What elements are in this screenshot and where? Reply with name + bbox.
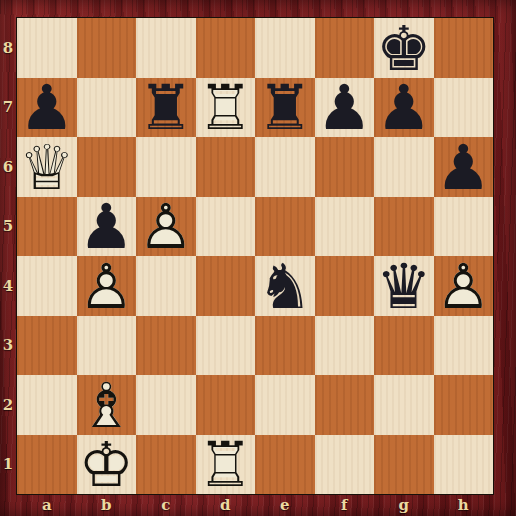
square-h8[interactable] <box>434 18 494 78</box>
king-glyph-fill: ♚ <box>78 434 134 496</box>
square-f7[interactable]: ♟ <box>315 78 375 138</box>
square-h2[interactable] <box>434 375 494 435</box>
square-d6[interactable] <box>196 137 256 197</box>
white-king-piece[interactable]: ♚♔ <box>77 435 137 495</box>
bishop-glyph-fill: ♝ <box>78 375 134 437</box>
square-g2[interactable] <box>374 375 434 435</box>
white-pawn-piece[interactable]: ♟♙ <box>136 197 196 257</box>
pawn-glyph-outline: ♙ <box>78 256 134 318</box>
knight-glyph-fill: ♞ <box>257 256 313 318</box>
square-f8[interactable] <box>315 18 375 78</box>
square-d8[interactable] <box>196 18 256 78</box>
rank-label-7: 7 <box>0 78 16 138</box>
black-pawn-piece[interactable]: ♟ <box>315 78 375 138</box>
square-f5[interactable] <box>315 197 375 257</box>
black-knight-piece[interactable]: ♞ <box>255 256 315 316</box>
square-f3[interactable] <box>315 316 375 376</box>
square-c7[interactable]: ♜ <box>136 78 196 138</box>
square-b2[interactable]: ♝♗ <box>77 375 137 435</box>
rook-glyph-fill: ♜ <box>197 434 253 496</box>
king-glyph-fill: ♚ <box>376 18 432 80</box>
square-c4[interactable] <box>136 256 196 316</box>
square-f1[interactable] <box>315 435 375 495</box>
file-label-c: c <box>136 494 196 515</box>
square-a4[interactable] <box>17 256 77 316</box>
white-bishop-piece[interactable]: ♝♗ <box>77 375 137 435</box>
board: ♚♟♜♜♖♜♟♟♛♕♟♟♟♙♟♙♞♛♟♙♝♗♚♔♜♖ <box>17 18 493 494</box>
square-c5[interactable]: ♟♙ <box>136 197 196 257</box>
square-a6[interactable]: ♛♕ <box>17 137 77 197</box>
black-rook-piece[interactable]: ♜ <box>255 78 315 138</box>
square-a5[interactable] <box>17 197 77 257</box>
pawn-glyph-fill: ♟ <box>316 77 372 139</box>
black-pawn-piece[interactable]: ♟ <box>17 78 77 138</box>
square-d3[interactable] <box>196 316 256 376</box>
pawn-glyph-outline: ♙ <box>435 256 491 318</box>
rank-label-2: 2 <box>0 375 16 435</box>
file-label-f: f <box>315 494 375 515</box>
square-a8[interactable] <box>17 18 77 78</box>
square-b6[interactable] <box>77 137 137 197</box>
file-label-h: h <box>434 494 494 515</box>
pawn-glyph-fill: ♟ <box>376 77 432 139</box>
file-label-d: d <box>196 494 256 515</box>
rank-label-6: 6 <box>0 137 16 197</box>
square-c8[interactable] <box>136 18 196 78</box>
black-queen-piece[interactable]: ♛ <box>374 256 434 316</box>
square-e2[interactable] <box>255 375 315 435</box>
rank-label-4: 4 <box>0 256 16 316</box>
square-d7[interactable]: ♜♖ <box>196 78 256 138</box>
square-d5[interactable] <box>196 197 256 257</box>
pawn-glyph-fill: ♟ <box>78 256 134 318</box>
rank-label-8: 8 <box>0 18 16 78</box>
black-rook-piece[interactable]: ♜ <box>136 78 196 138</box>
square-d2[interactable] <box>196 375 256 435</box>
square-g7[interactable]: ♟ <box>374 78 434 138</box>
file-label-g: g <box>374 494 434 515</box>
rook-glyph-fill: ♜ <box>257 77 313 139</box>
square-b1[interactable]: ♚♔ <box>77 435 137 495</box>
square-f4[interactable] <box>315 256 375 316</box>
rank-label-1: 1 <box>0 435 16 495</box>
rook-glyph-outline: ♖ <box>197 434 253 496</box>
board-outline: ♚♟♜♜♖♜♟♟♛♕♟♟♟♙♟♙♞♛♟♙♝♗♚♔♜♖ <box>16 17 494 495</box>
square-a2[interactable] <box>17 375 77 435</box>
square-e8[interactable] <box>255 18 315 78</box>
pawn-glyph-outline: ♙ <box>138 196 194 258</box>
square-h3[interactable] <box>434 316 494 376</box>
white-rook-piece[interactable]: ♜♖ <box>196 435 256 495</box>
square-d1[interactable]: ♜♖ <box>196 435 256 495</box>
square-e3[interactable] <box>255 316 315 376</box>
square-h4[interactable]: ♟♙ <box>434 256 494 316</box>
square-c2[interactable] <box>136 375 196 435</box>
square-b7[interactable] <box>77 78 137 138</box>
square-e1[interactable] <box>255 435 315 495</box>
rook-glyph-fill: ♜ <box>138 77 194 139</box>
square-e5[interactable] <box>255 197 315 257</box>
black-pawn-piece[interactable]: ♟ <box>77 197 137 257</box>
square-h1[interactable] <box>434 435 494 495</box>
square-a3[interactable] <box>17 316 77 376</box>
square-h7[interactable] <box>434 78 494 138</box>
white-pawn-piece[interactable]: ♟♙ <box>77 256 137 316</box>
file-label-a: a <box>17 494 77 515</box>
square-a7[interactable]: ♟ <box>17 78 77 138</box>
square-c6[interactable] <box>136 137 196 197</box>
rook-glyph-outline: ♖ <box>197 77 253 139</box>
file-label-b: b <box>77 494 137 515</box>
file-label-e: e <box>255 494 315 515</box>
white-queen-piece[interactable]: ♛♕ <box>17 137 77 197</box>
square-d4[interactable] <box>196 256 256 316</box>
square-e7[interactable]: ♜ <box>255 78 315 138</box>
rook-glyph-fill: ♜ <box>197 77 253 139</box>
square-g8[interactable]: ♚ <box>374 18 434 78</box>
square-f6[interactable] <box>315 137 375 197</box>
square-f2[interactable] <box>315 375 375 435</box>
square-e6[interactable] <box>255 137 315 197</box>
black-pawn-piece[interactable]: ♟ <box>434 137 494 197</box>
queen-glyph-fill: ♛ <box>376 256 432 318</box>
square-g5[interactable] <box>374 197 434 257</box>
pawn-glyph-fill: ♟ <box>138 196 194 258</box>
square-c3[interactable] <box>136 316 196 376</box>
king-glyph-outline: ♔ <box>78 434 134 496</box>
queen-glyph-fill: ♛ <box>19 137 75 199</box>
square-b8[interactable] <box>77 18 137 78</box>
white-pawn-piece[interactable]: ♟♙ <box>434 256 494 316</box>
pawn-glyph-fill: ♟ <box>19 77 75 139</box>
queen-glyph-outline: ♕ <box>19 137 75 199</box>
square-c1[interactable] <box>136 435 196 495</box>
pawn-glyph-fill: ♟ <box>435 137 491 199</box>
pawn-glyph-fill: ♟ <box>435 256 491 318</box>
square-g6[interactable] <box>374 137 434 197</box>
square-b5[interactable]: ♟ <box>77 197 137 257</box>
file-labels: abcdefgh <box>17 494 493 515</box>
black-pawn-piece[interactable]: ♟ <box>374 78 434 138</box>
square-g1[interactable] <box>374 435 434 495</box>
bishop-glyph-outline: ♗ <box>78 375 134 437</box>
rank-labels: 87654321 <box>0 18 16 494</box>
pawn-glyph-fill: ♟ <box>78 196 134 258</box>
square-a1[interactable] <box>17 435 77 495</box>
white-rook-piece[interactable]: ♜♖ <box>196 78 256 138</box>
square-h5[interactable] <box>434 197 494 257</box>
square-b3[interactable] <box>77 316 137 376</box>
square-b4[interactable]: ♟♙ <box>77 256 137 316</box>
square-g4[interactable]: ♛ <box>374 256 434 316</box>
rank-label-3: 3 <box>0 316 16 376</box>
square-g3[interactable] <box>374 316 434 376</box>
square-h6[interactable]: ♟ <box>434 137 494 197</box>
black-king-piece[interactable]: ♚ <box>374 18 434 78</box>
rank-label-5: 5 <box>0 197 16 257</box>
board-frame: ♚♟♜♜♖♜♟♟♛♕♟♟♟♙♟♙♞♛♟♙♝♗♚♔♜♖ 87654321 abcd… <box>0 0 516 516</box>
square-e4[interactable]: ♞ <box>255 256 315 316</box>
